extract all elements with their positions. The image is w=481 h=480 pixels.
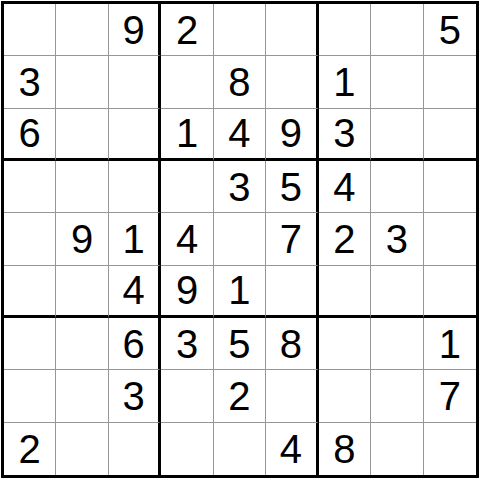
cell-r5c1[interactable] [4, 213, 56, 265]
cell-r7c1[interactable] [4, 318, 56, 370]
cell-r4c3[interactable] [109, 161, 161, 213]
cell-r5c5[interactable] [214, 213, 266, 265]
cell-r9c9[interactable] [424, 423, 476, 475]
cell-r1c9: 5 [424, 4, 476, 56]
cell-r2c3[interactable] [109, 56, 161, 108]
cell-r1c4: 2 [161, 4, 213, 56]
cell-r5c3: 1 [109, 213, 161, 265]
cell-r4c9[interactable] [424, 161, 476, 213]
cell-r8c5: 2 [214, 370, 266, 422]
cell-r1c3: 9 [109, 4, 161, 56]
cell-r3c9[interactable] [424, 109, 476, 161]
cell-r8c8[interactable] [371, 370, 423, 422]
cell-r3c5: 4 [214, 109, 266, 161]
cell-r2c9[interactable] [424, 56, 476, 108]
cell-r8c7[interactable] [319, 370, 371, 422]
sudoku-board: 9253816149335491472349163581327248 [1, 1, 479, 478]
cell-r2c1: 3 [4, 56, 56, 108]
cell-r7c9: 1 [424, 318, 476, 370]
cell-r6c8[interactable] [371, 266, 423, 318]
cell-r9c8[interactable] [371, 423, 423, 475]
cell-r7c2[interactable] [56, 318, 108, 370]
cell-r1c1[interactable] [4, 4, 56, 56]
cell-r3c1: 6 [4, 109, 56, 161]
cell-r2c7: 1 [319, 56, 371, 108]
cell-r1c6[interactable] [266, 4, 318, 56]
cell-r8c6[interactable] [266, 370, 318, 422]
cell-r6c9[interactable] [424, 266, 476, 318]
cell-r7c5: 5 [214, 318, 266, 370]
cell-r4c5: 3 [214, 161, 266, 213]
cell-r8c4[interactable] [161, 370, 213, 422]
cell-r4c8[interactable] [371, 161, 423, 213]
cell-r4c7: 4 [319, 161, 371, 213]
cell-r3c3[interactable] [109, 109, 161, 161]
cell-r1c5[interactable] [214, 4, 266, 56]
cell-r5c9[interactable] [424, 213, 476, 265]
cell-r6c5: 1 [214, 266, 266, 318]
cell-r7c4: 3 [161, 318, 213, 370]
cell-r3c7: 3 [319, 109, 371, 161]
cell-r5c2: 9 [56, 213, 108, 265]
cell-r5c7: 2 [319, 213, 371, 265]
cell-r8c1[interactable] [4, 370, 56, 422]
cell-r6c1[interactable] [4, 266, 56, 318]
cell-r8c2[interactable] [56, 370, 108, 422]
cell-r9c1: 2 [4, 423, 56, 475]
cell-r9c7: 8 [319, 423, 371, 475]
cell-r6c7[interactable] [319, 266, 371, 318]
cell-r9c2[interactable] [56, 423, 108, 475]
cell-r4c4[interactable] [161, 161, 213, 213]
cell-r6c6[interactable] [266, 266, 318, 318]
cell-r6c3: 4 [109, 266, 161, 318]
cell-r3c4: 1 [161, 109, 213, 161]
cell-r1c8[interactable] [371, 4, 423, 56]
cell-r2c2[interactable] [56, 56, 108, 108]
cell-r3c8[interactable] [371, 109, 423, 161]
cell-r4c2[interactable] [56, 161, 108, 213]
cell-r2c6[interactable] [266, 56, 318, 108]
cell-r5c4: 4 [161, 213, 213, 265]
cell-r9c6: 4 [266, 423, 318, 475]
cell-r6c4: 9 [161, 266, 213, 318]
cell-r4c6: 5 [266, 161, 318, 213]
cell-r2c8[interactable] [371, 56, 423, 108]
cell-r3c2[interactable] [56, 109, 108, 161]
cell-r8c3: 3 [109, 370, 161, 422]
cell-r1c7[interactable] [319, 4, 371, 56]
cell-r5c6: 7 [266, 213, 318, 265]
cell-r2c4[interactable] [161, 56, 213, 108]
cell-r7c8[interactable] [371, 318, 423, 370]
cell-r9c3[interactable] [109, 423, 161, 475]
cell-r4c1[interactable] [4, 161, 56, 213]
cell-r8c9: 7 [424, 370, 476, 422]
cell-r7c7[interactable] [319, 318, 371, 370]
cell-r2c5: 8 [214, 56, 266, 108]
cell-r9c4[interactable] [161, 423, 213, 475]
cell-r6c2[interactable] [56, 266, 108, 318]
cell-r3c6: 9 [266, 109, 318, 161]
cell-r1c2[interactable] [56, 4, 108, 56]
cell-r7c3: 6 [109, 318, 161, 370]
cell-r5c8: 3 [371, 213, 423, 265]
cell-r7c6: 8 [266, 318, 318, 370]
cell-r9c5[interactable] [214, 423, 266, 475]
